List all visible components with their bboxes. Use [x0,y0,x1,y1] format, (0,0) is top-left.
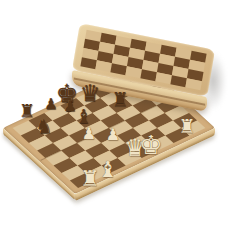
piece-light-rook-h1: ♜ [178,117,195,136]
piece-dark-pawn-c7: ♟ [44,97,57,112]
piece-light-queen-d1: ♛ [124,136,146,160]
piece-light-pawn-d3: ♟ [106,127,120,143]
piece-dark-rook-f6: ♜ [111,90,128,109]
piece-dark-pawn-d7: ♟ [63,99,76,114]
piece-dark-knight-b6: ♞ [35,117,52,136]
piece-light-rook-a1: ♜ [80,168,100,190]
piece-light-pawn-c4: ♟ [82,126,96,142]
piece-dark-rook-b8: ♜ [19,102,35,120]
product-photo: ♜♞♟♚♟♝♛♜♟♟♛♚♝♜♜ [0,0,228,228]
piece-dark-queen-e7: ♛ [80,82,101,105]
piece-dark-king-d8: ♚ [56,81,78,106]
piece-light-king-e1: ♚ [139,132,162,158]
piece-light-bishop-c1: ♝ [98,159,118,181]
pieces-layer: ♜♞♟♚♟♝♛♜♟♟♛♚♝♜♜ [0,0,228,228]
piece-dark-bishop-d6: ♝ [75,107,92,126]
